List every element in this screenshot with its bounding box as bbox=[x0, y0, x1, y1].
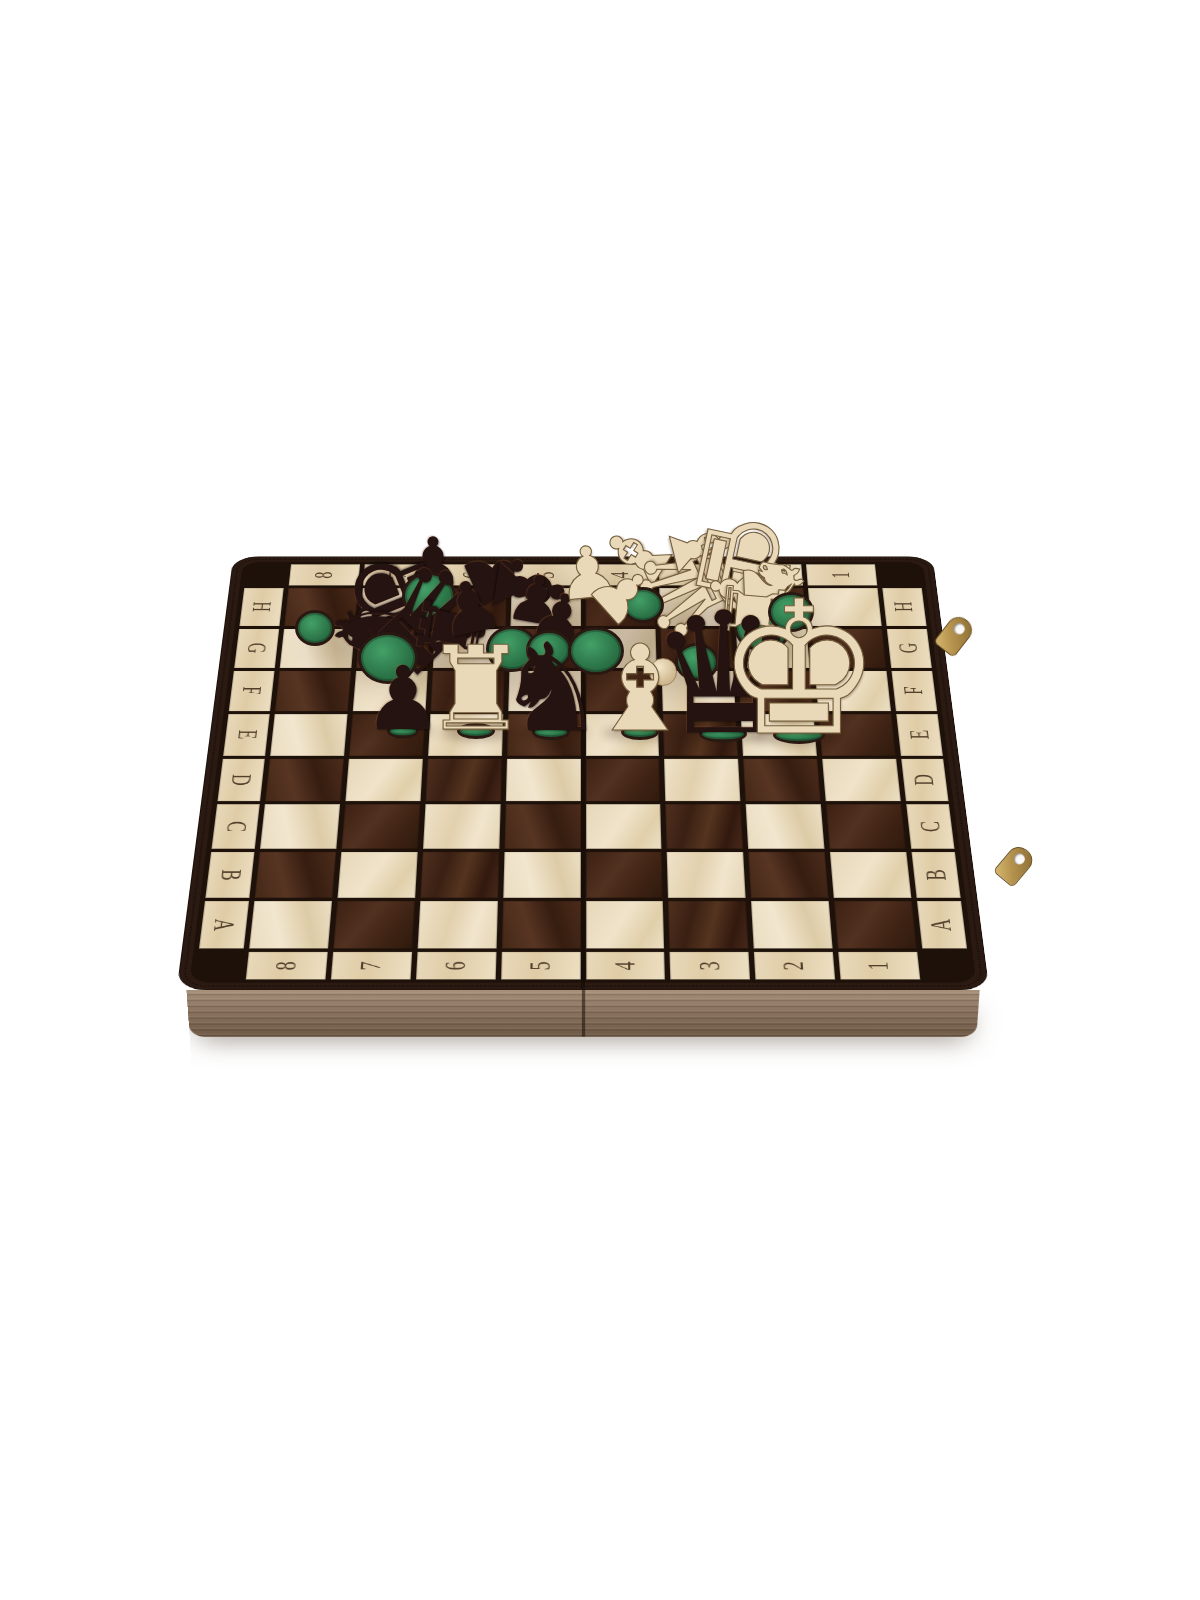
file-label-text: 7 bbox=[384, 572, 414, 579]
square-light bbox=[586, 901, 665, 948]
square-light bbox=[585, 714, 659, 756]
rank-label-text: A bbox=[207, 918, 241, 931]
rank-label: A bbox=[199, 901, 249, 948]
rank-label: F bbox=[229, 671, 275, 711]
file-label: 6 bbox=[437, 564, 507, 585]
chess-board: 87654321HHGGFFEEDDCCBBAA87654321 bbox=[178, 557, 989, 990]
square-light bbox=[345, 758, 422, 801]
rank-label-text: F bbox=[899, 687, 930, 695]
square-dark bbox=[585, 671, 658, 711]
rank-label: E bbox=[223, 714, 270, 756]
square-dark bbox=[586, 852, 664, 898]
square-light bbox=[270, 714, 347, 756]
rank-label-text: C bbox=[914, 821, 947, 832]
file-label-text: 6 bbox=[458, 572, 487, 579]
file-label: 1 bbox=[806, 564, 877, 585]
file-label-text: 4 bbox=[605, 572, 634, 579]
square-dark bbox=[435, 588, 507, 626]
rank-label-text: G bbox=[241, 643, 272, 653]
square-light bbox=[280, 629, 355, 668]
square-light bbox=[360, 588, 433, 626]
square-dark bbox=[749, 852, 829, 898]
rank-label: G bbox=[887, 629, 932, 668]
rank-label-text: G bbox=[894, 643, 925, 653]
file-label-text: 8 bbox=[310, 572, 340, 579]
clasp-hole bbox=[952, 621, 967, 636]
rank-label-text: D bbox=[908, 774, 941, 785]
file-label: 2 bbox=[732, 564, 803, 585]
file-label: 8 bbox=[289, 564, 360, 585]
file-label-text: 2 bbox=[753, 572, 783, 579]
file-label: 4 bbox=[586, 952, 666, 980]
file-label-text: 5 bbox=[531, 572, 560, 579]
square-dark bbox=[668, 901, 748, 948]
square-dark bbox=[509, 629, 581, 668]
rank-label-text: H bbox=[246, 602, 277, 612]
square-dark bbox=[738, 671, 813, 711]
file-label: 5 bbox=[501, 952, 581, 980]
square-dark bbox=[275, 671, 351, 711]
square-dark bbox=[661, 629, 734, 668]
square-dark bbox=[420, 852, 499, 898]
file-label-text: 3 bbox=[679, 572, 708, 579]
file-label: 4 bbox=[585, 564, 654, 585]
square-dark bbox=[819, 714, 896, 756]
rank-label-text: E bbox=[231, 730, 263, 739]
square-dark bbox=[663, 714, 738, 756]
square-light bbox=[822, 758, 901, 801]
square-dark bbox=[507, 714, 581, 756]
file-label-text: 6 bbox=[439, 961, 473, 970]
box-side-edge bbox=[186, 990, 979, 1037]
square-dark bbox=[356, 629, 430, 668]
square-light bbox=[815, 671, 891, 711]
product-photo: 87654321HHGGFFEEDDCCBBAA87654321 ♟♚♞♟♝♛♜… bbox=[0, 0, 1200, 1600]
file-label: 3 bbox=[659, 564, 729, 585]
square-light bbox=[664, 758, 740, 801]
file-label: 8 bbox=[246, 952, 328, 980]
square-light bbox=[662, 671, 736, 711]
rank-label-text: F bbox=[236, 687, 267, 695]
scene: 87654321HHGGFFEEDDCCBBAA87654321 bbox=[0, 0, 1200, 1600]
square-light bbox=[510, 588, 581, 626]
square-dark bbox=[734, 588, 807, 626]
square-light bbox=[741, 714, 817, 756]
file-label-text: 7 bbox=[355, 961, 389, 970]
square-dark bbox=[743, 758, 820, 801]
rank-label: H bbox=[239, 588, 283, 626]
square-dark bbox=[255, 852, 336, 898]
rank-label: A bbox=[917, 901, 967, 948]
square-dark bbox=[811, 629, 886, 668]
file-label-text: 5 bbox=[524, 961, 557, 970]
file-label-text: 8 bbox=[270, 961, 304, 970]
square-light bbox=[508, 671, 581, 711]
square-light bbox=[417, 901, 497, 948]
rank-label: D bbox=[901, 758, 948, 801]
square-dark bbox=[349, 714, 425, 756]
rank-label-text: D bbox=[225, 774, 258, 785]
file-label-text: 3 bbox=[693, 961, 727, 970]
square-dark bbox=[502, 901, 581, 948]
square-light bbox=[249, 901, 332, 948]
rank-label: H bbox=[882, 588, 926, 626]
rank-label-text: B bbox=[919, 869, 953, 880]
square-light bbox=[428, 714, 503, 756]
rank-label: G bbox=[234, 629, 279, 668]
rank-label: B bbox=[205, 852, 254, 898]
frame-corner bbox=[880, 564, 922, 585]
file-label: 5 bbox=[511, 564, 580, 585]
rank-label-text: B bbox=[213, 869, 247, 880]
rank-label-text: A bbox=[925, 918, 959, 931]
file-label: 7 bbox=[363, 564, 434, 585]
square-dark bbox=[284, 588, 358, 626]
square-light bbox=[503, 852, 581, 898]
square-dark bbox=[425, 758, 501, 801]
square-light bbox=[585, 629, 657, 668]
square-light bbox=[660, 588, 732, 626]
frame-corner bbox=[195, 952, 243, 980]
clasp-hole bbox=[1012, 851, 1027, 866]
file-label: 2 bbox=[754, 952, 835, 980]
rank-label-text: E bbox=[903, 730, 935, 739]
rank-label-text: H bbox=[889, 602, 920, 612]
square-dark bbox=[585, 588, 656, 626]
square-dark bbox=[265, 758, 344, 801]
frame-corner bbox=[923, 952, 971, 980]
square-light bbox=[808, 588, 882, 626]
rank-label: F bbox=[891, 671, 937, 711]
file-label: 3 bbox=[670, 952, 750, 980]
square-dark bbox=[430, 671, 504, 711]
square-dark bbox=[834, 901, 917, 948]
square-light bbox=[505, 758, 580, 801]
square-light bbox=[751, 901, 832, 948]
square-light bbox=[667, 852, 746, 898]
square-light bbox=[353, 671, 428, 711]
rank-label: E bbox=[896, 714, 943, 756]
square-light bbox=[830, 852, 911, 898]
file-label-text: 4 bbox=[609, 961, 642, 970]
file-label: 6 bbox=[416, 952, 496, 980]
square-dark bbox=[586, 758, 661, 801]
square-light bbox=[433, 629, 506, 668]
rank-label: B bbox=[912, 852, 961, 898]
file-label-text: 2 bbox=[778, 961, 812, 970]
file-label: 7 bbox=[331, 952, 412, 980]
rank-label-text: C bbox=[219, 821, 252, 832]
square-dark bbox=[333, 901, 414, 948]
file-label-text: 1 bbox=[827, 572, 857, 579]
rank-label: D bbox=[217, 758, 264, 801]
frame-corner bbox=[245, 564, 287, 585]
file-label-text: 1 bbox=[862, 961, 896, 970]
file-label: 1 bbox=[838, 952, 920, 980]
square-light bbox=[736, 629, 810, 668]
square-light bbox=[337, 852, 417, 898]
